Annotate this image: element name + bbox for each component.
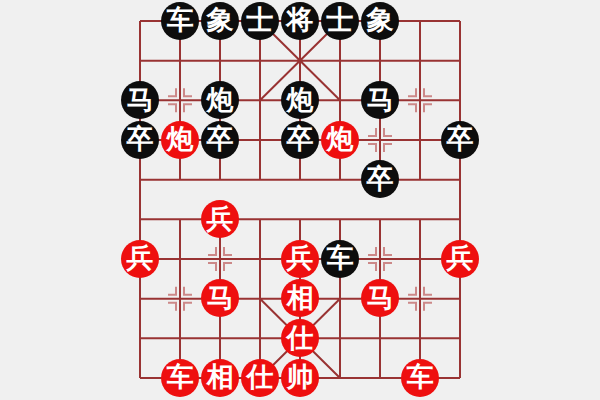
piece-red-elephant[interactable]: 相 [201,359,239,397]
piece-layer: 车象士将士象马炮炮马卒炮卒卒炮卒卒兵兵兵车兵马相马仕车相仕帅车 [120,1,480,398]
piece-red-advisor[interactable]: 仕 [241,359,279,397]
piece-black-horse[interactable]: 马 [121,81,159,119]
piece-black-elephant[interactable]: 象 [361,2,399,40]
piece-red-general[interactable]: 帅 [281,359,319,397]
piece-black-advisor[interactable]: 士 [321,2,359,40]
xiangqi-board[interactable]: 车象士将士象马炮炮马卒炮卒卒炮卒卒兵兵兵车兵马相马仕车相仕帅车 [0,0,600,400]
piece-red-advisor[interactable]: 仕 [281,319,319,357]
piece-black-soldier[interactable]: 卒 [441,121,479,159]
piece-black-elephant[interactable]: 象 [201,2,239,40]
piece-red-elephant[interactable]: 相 [281,279,319,317]
piece-black-chariot[interactable]: 车 [161,2,199,40]
piece-red-soldier[interactable]: 兵 [281,240,319,278]
piece-black-chariot[interactable]: 车 [321,240,359,278]
piece-black-general[interactable]: 将 [281,2,319,40]
piece-red-horse[interactable]: 马 [361,279,399,317]
piece-black-cannon[interactable]: 炮 [201,81,239,119]
piece-black-soldier[interactable]: 卒 [201,121,239,159]
piece-black-cannon[interactable]: 炮 [281,81,319,119]
piece-black-horse[interactable]: 马 [361,81,399,119]
piece-black-soldier[interactable]: 卒 [361,160,399,198]
piece-red-soldier[interactable]: 兵 [441,240,479,278]
piece-black-advisor[interactable]: 士 [241,2,279,40]
piece-red-cannon[interactable]: 炮 [321,121,359,159]
piece-black-soldier[interactable]: 卒 [121,121,159,159]
piece-red-soldier[interactable]: 兵 [121,240,159,278]
piece-red-horse[interactable]: 马 [201,279,239,317]
piece-red-cannon[interactable]: 炮 [161,121,199,159]
piece-black-soldier[interactable]: 卒 [281,121,319,159]
piece-red-chariot[interactable]: 车 [401,359,439,397]
piece-red-chariot[interactable]: 车 [161,359,199,397]
piece-red-soldier[interactable]: 兵 [201,200,239,238]
